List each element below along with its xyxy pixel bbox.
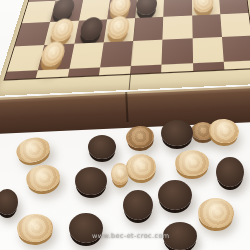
- pile-piece-dark: [0, 189, 18, 215]
- pile-piece-light: [14, 134, 53, 166]
- pile-piece-light: [16, 212, 54, 243]
- pile-piece-light: [197, 197, 235, 229]
- pile-piece-dark: [123, 190, 153, 220]
- pile-piece-tan: [125, 124, 156, 150]
- pile-piece-dark: [158, 180, 192, 210]
- pile-piece-light: [175, 150, 209, 176]
- pile-piece-dark: [88, 135, 116, 159]
- pile-piece-light: [24, 162, 62, 194]
- piece-pile: [0, 0, 250, 250]
- pile-piece-dark: [216, 157, 244, 187]
- watermark-text: www.bec-et-croc.com: [92, 232, 182, 240]
- pile-piece-dark: [75, 167, 107, 195]
- photo-scene: www.bec-et-croc.com: [0, 0, 250, 250]
- pile-piece-light: [207, 117, 240, 145]
- pile-piece-dark: [161, 120, 193, 146]
- pile-piece-light: [125, 153, 158, 182]
